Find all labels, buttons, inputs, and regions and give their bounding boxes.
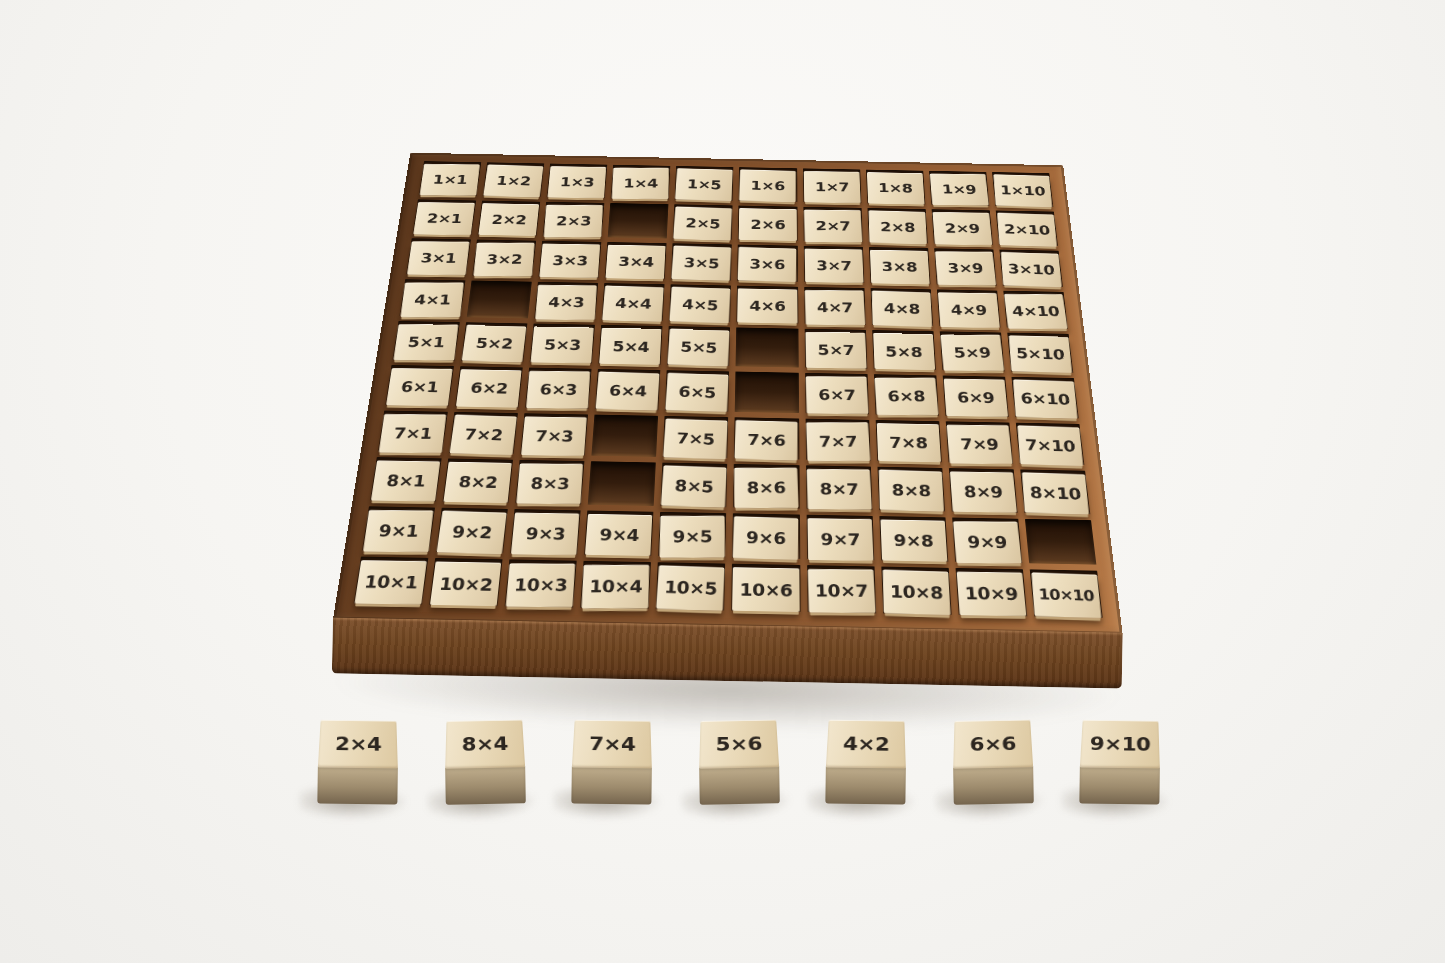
tile-6x4[interactable]: 6×4: [596, 372, 660, 411]
tile-7x1[interactable]: 7×1: [379, 414, 446, 453]
tile-8x7[interactable]: 8×7: [806, 469, 871, 509]
tile-label: 7×1: [393, 424, 433, 442]
cell-5x5: 5×5: [667, 326, 730, 366]
cell-3x7: 3×7: [803, 246, 864, 283]
tile-9x4[interactable]: 9×4: [585, 514, 652, 557]
tile-label: 4×1: [413, 292, 451, 308]
tile-label: 1×8: [878, 181, 913, 196]
tile-label: 9×4: [599, 525, 640, 545]
cell-3x3: 3×3: [539, 241, 602, 278]
tile-label: 9×8: [893, 531, 933, 551]
cell-9x3: 9×3: [510, 509, 581, 555]
cell-10x5: 10×5: [656, 563, 726, 611]
cell-9x5: 9×5: [658, 512, 726, 558]
cell-3x5: 3×5: [671, 243, 732, 280]
tile-label: 9×7: [820, 529, 860, 548]
cell-3x4: 3×4: [605, 242, 667, 279]
cell-5x9: 5×9: [940, 332, 1005, 372]
photo-background: 1×11×21×31×41×51×61×71×81×91×102×12×22×3…: [0, 0, 1445, 963]
tile-2x7[interactable]: 2×7: [804, 209, 862, 242]
tile-4x4[interactable]: 4×4: [602, 285, 664, 321]
block-top-face: 4×2: [826, 720, 906, 769]
block-top-face: 7×4: [572, 720, 652, 769]
block-top-face: 6×6: [953, 720, 1033, 769]
tile-9x3[interactable]: 9×3: [511, 512, 579, 554]
cell-1x7: 1×7: [803, 168, 861, 203]
tile-5x7[interactable]: 5×7: [805, 332, 866, 369]
tile-label: 2×2: [491, 212, 527, 227]
tile-4x6[interactable]: 4×6: [738, 288, 798, 324]
tile-label: 1×3: [560, 175, 595, 190]
cell-7x8: 7×8: [875, 420, 941, 463]
tile-label: 8×5: [674, 477, 714, 496]
loose-block-5x6[interactable]: 5×6: [698, 711, 780, 804]
cell-2x8: 2×8: [867, 208, 928, 244]
tile-10x6[interactable]: 10×6: [733, 568, 800, 612]
tile-label: 5×7: [817, 342, 854, 359]
cell-6x3: 6×3: [525, 368, 592, 409]
cell-10x4: 10×4: [580, 561, 651, 609]
cell-7x2: 7×2: [449, 412, 518, 455]
cell-10x6: 10×6: [732, 564, 801, 612]
cell-2x7: 2×7: [803, 207, 863, 243]
tile-2x10[interactable]: 2×10: [997, 212, 1057, 246]
tile-label: 8×8: [891, 481, 930, 500]
tile-label: 10×2: [438, 574, 493, 595]
tile-label: 1×10: [1000, 183, 1046, 199]
tile-2x8[interactable]: 2×8: [868, 210, 926, 244]
cell-3x1: 3×1: [406, 238, 471, 275]
tile-label: 4×6: [749, 298, 785, 314]
cell-5x4: 5×4: [599, 325, 663, 365]
cell-10x7: 10×7: [807, 565, 876, 613]
tile-label: 9×9: [966, 532, 1007, 551]
cell-6x7: 6×7: [805, 373, 869, 414]
tile-10x3[interactable]: 10×3: [506, 564, 575, 607]
tile-5x4[interactable]: 5×4: [599, 328, 661, 365]
tile-label: 2×10: [1003, 221, 1050, 237]
loose-block-8x4[interactable]: 8×4: [444, 711, 526, 804]
block-front-face: [1079, 766, 1160, 804]
tile-label: 4×9: [950, 302, 987, 318]
cell-9x2: 9×2: [436, 508, 508, 554]
cell-8x8: 8×8: [877, 467, 945, 511]
tile-label: 10×1: [363, 572, 419, 592]
tile-4x10[interactable]: 4×10: [1004, 294, 1068, 329]
tile-label: 8×1: [385, 472, 426, 491]
tile-label: 1×9: [941, 182, 977, 196]
cell-8x5: 8×5: [661, 463, 728, 507]
tile-7x9[interactable]: 7×9: [946, 425, 1012, 464]
cell-10x9: 10×9: [955, 568, 1027, 616]
cell-6x4: 6×4: [595, 369, 661, 410]
cell-9x1: 9×1: [362, 506, 435, 552]
block-front-face: [317, 766, 398, 804]
block-front-face: [825, 766, 906, 804]
hole-row8-col4[interactable]: [588, 461, 656, 505]
tile-label: 3×8: [881, 259, 917, 275]
tile-6x2[interactable]: 6×2: [456, 369, 522, 407]
tile-10x8[interactable]: 10×8: [882, 570, 950, 615]
tile-8x6[interactable]: 8×6: [735, 468, 799, 508]
tile-label: 10×4: [589, 577, 643, 597]
tile-1x2[interactable]: 1×2: [483, 165, 543, 198]
tile-label: 3×6: [750, 256, 786, 272]
tile-4x3[interactable]: 4×3: [535, 285, 597, 320]
tile-3x10[interactable]: 3×10: [1001, 252, 1062, 287]
cell-8x9: 8×9: [949, 468, 1018, 512]
cell-3x2: 3×2: [472, 240, 536, 277]
tile-8x1[interactable]: 8×1: [371, 461, 440, 502]
tile-1x3[interactable]: 1×3: [548, 166, 607, 198]
block-label: 2×4: [335, 733, 382, 755]
tile-label: 5×2: [475, 335, 514, 352]
tile-label: 6×8: [887, 388, 926, 405]
tile-9x5[interactable]: 9×5: [660, 516, 725, 558]
tile-label: 7×5: [676, 429, 715, 448]
block-label: 5×6: [716, 733, 763, 755]
loose-block-4x2[interactable]: 4×2: [825, 711, 906, 804]
loose-block-2x4[interactable]: 2×4: [317, 711, 398, 804]
hole-row2-col4[interactable]: [608, 203, 669, 239]
tile-6x3[interactable]: 6×3: [526, 371, 590, 408]
tile-label: 5×9: [953, 345, 991, 361]
tile-4x1[interactable]: 4×1: [401, 282, 464, 316]
tile-2x6[interactable]: 2×6: [739, 208, 796, 241]
tile-8x8[interactable]: 8×8: [879, 470, 944, 512]
tile-label: 10×9: [964, 584, 1019, 604]
tile-label: 1×1: [432, 172, 468, 186]
board-tray: 1×11×21×31×41×51×61×71×81×91×102×12×22×3…: [331, 0, 1134, 715]
tile-label: 5×1: [407, 334, 446, 350]
cell-6x9: 6×9: [943, 375, 1009, 416]
cell-6x1: 6×1: [385, 365, 454, 406]
tile-8x2[interactable]: 8×2: [444, 462, 512, 503]
tile-5x1[interactable]: 5×1: [394, 325, 459, 361]
tile-7x6[interactable]: 7×6: [735, 420, 798, 460]
cell-1x6: 1×6: [739, 167, 797, 202]
cell-2x2: 2×2: [478, 200, 541, 236]
tile-label: 8×7: [819, 480, 858, 498]
tile-label: 1×6: [751, 178, 785, 193]
tile-label: 8×10: [1029, 483, 1081, 503]
tile-3x6[interactable]: 3×6: [738, 247, 797, 282]
cell-1x5: 1×5: [675, 166, 734, 201]
tile-1x5[interactable]: 1×5: [675, 168, 733, 201]
tile-1x10[interactable]: 1×10: [993, 174, 1052, 207]
tile-label: 10×5: [664, 577, 718, 598]
tile-1x6[interactable]: 1×6: [740, 169, 797, 202]
tile-7x2[interactable]: 7×2: [450, 414, 517, 454]
tile-5x9[interactable]: 5×9: [940, 335, 1004, 371]
cell-1x9: 1×9: [929, 171, 989, 206]
cell-7x7: 7×7: [805, 418, 870, 461]
cell-2x10: 2×10: [996, 210, 1058, 246]
tile-label: 3×3: [552, 253, 589, 269]
tile-6x10[interactable]: 6×10: [1013, 379, 1077, 418]
tile-label: 3×7: [816, 258, 852, 274]
cell-4x8: 4×8: [870, 288, 933, 326]
tile-label: 6×4: [609, 382, 648, 400]
cell-5x3: 5×3: [530, 324, 595, 364]
tile-2x5[interactable]: 2×5: [674, 206, 733, 240]
tile-9x2[interactable]: 9×2: [437, 511, 507, 554]
cell-10x2: 10×2: [429, 558, 503, 606]
cell-5x1: 5×1: [392, 321, 460, 361]
tile-label: 2×5: [685, 215, 721, 231]
tile-label: 2×9: [944, 221, 980, 236]
tile-label: 10×7: [814, 581, 868, 601]
cell-4x10: 4×10: [1003, 291, 1068, 329]
tile-label: 7×6: [748, 431, 786, 450]
tile-6x8[interactable]: 6×8: [874, 378, 938, 415]
cell-5x10: 5×10: [1007, 333, 1073, 373]
tile-9x1[interactable]: 9×1: [363, 510, 433, 552]
tile-label: 9×3: [525, 524, 566, 543]
tile-1x7[interactable]: 1×7: [803, 171, 860, 203]
tile-3x7[interactable]: 3×7: [804, 249, 863, 283]
cell-5x2: 5×2: [461, 323, 527, 363]
tile-label: 7×2: [463, 425, 503, 443]
tile-label: 10×10: [1038, 586, 1095, 605]
tile-3x5[interactable]: 3×5: [672, 246, 732, 281]
block-top-face: 5×6: [699, 720, 779, 769]
tile-label: 3×10: [1007, 261, 1055, 278]
tile-10x10[interactable]: 10×10: [1031, 573, 1101, 619]
cell-5x7: 5×7: [804, 329, 867, 369]
cell-9x7: 9×7: [806, 515, 874, 561]
tile-label: 9×5: [673, 527, 713, 546]
tile-label: 1×5: [687, 177, 722, 192]
cell-4x7: 4×7: [804, 287, 866, 325]
tile-5x5[interactable]: 5×5: [668, 329, 730, 367]
block-top-face: 2×4: [318, 720, 398, 769]
cell-3x9: 3×9: [934, 248, 997, 285]
tile-label: 6×9: [956, 389, 995, 406]
cell-8x6: 8×6: [733, 464, 799, 508]
tile-2x1[interactable]: 2×1: [413, 202, 474, 235]
tile-6x9[interactable]: 6×9: [943, 379, 1007, 417]
cell-2x5: 2×5: [673, 204, 733, 240]
block-label: 8×4: [462, 733, 509, 755]
tile-1x4[interactable]: 1×4: [612, 168, 669, 199]
block-label: 9×10: [1089, 733, 1150, 755]
cell-8x7: 8×7: [806, 465, 872, 509]
tile-label: 10×3: [514, 575, 568, 595]
tile-2x2[interactable]: 2×2: [478, 203, 539, 236]
cell-2x3: 2×3: [543, 202, 605, 238]
tile-3x2[interactable]: 3×2: [474, 243, 535, 276]
tile-label: 6×2: [469, 379, 508, 396]
tile-label: 9×6: [746, 528, 786, 548]
tile-4x7[interactable]: 4×7: [804, 290, 865, 325]
tile-9x6[interactable]: 9×6: [733, 516, 799, 559]
cell-1x8: 1×8: [866, 170, 925, 205]
tile-label: 5×8: [885, 343, 922, 360]
cell-1x4: 1×4: [611, 165, 671, 200]
tile-7x8[interactable]: 7×8: [876, 423, 940, 463]
tile-8x9[interactable]: 8×9: [950, 472, 1017, 513]
cell-7x1: 7×1: [378, 410, 448, 453]
tile-label: 7×9: [959, 435, 999, 453]
tile-7x3[interactable]: 7×3: [521, 416, 587, 455]
hole-row5-col6[interactable]: [736, 328, 798, 368]
tile-6x7[interactable]: 6×7: [805, 376, 868, 413]
tile-7x7[interactable]: 7×7: [806, 422, 870, 460]
cell-4x3: 4×3: [534, 282, 598, 320]
tile-label: 2×6: [750, 217, 785, 232]
cell-6x10: 6×10: [1011, 377, 1078, 418]
tile-4x8[interactable]: 4×8: [872, 291, 932, 327]
tile-3x4[interactable]: 3×4: [606, 245, 666, 279]
cell-5x8: 5×8: [872, 330, 936, 370]
cell-6x5: 6×5: [665, 370, 729, 411]
tile-label: 3×9: [947, 261, 984, 276]
block-top-face: 9×10: [1080, 720, 1160, 769]
cell-6x2: 6×2: [455, 366, 523, 407]
tile-label: 1×2: [496, 173, 532, 188]
hole-row6-col6[interactable]: [735, 372, 799, 413]
tile-4x5[interactable]: 4×5: [670, 287, 731, 323]
tile-3x3[interactable]: 3×3: [540, 244, 601, 278]
tile-10x9[interactable]: 10×9: [956, 572, 1026, 616]
hole-row7-col4[interactable]: [592, 414, 659, 457]
tile-8x5[interactable]: 8×5: [661, 465, 727, 507]
tile-label: 4×3: [548, 294, 585, 310]
tile-label: 3×2: [486, 252, 523, 267]
cell-1x10: 1×10: [992, 172, 1053, 207]
tile-label: 10×8: [889, 582, 943, 603]
cell-7x6: 7×6: [734, 417, 799, 460]
tile-label: 2×3: [556, 213, 592, 228]
tile-label: 4×7: [816, 299, 853, 315]
tile-10x2[interactable]: 10×2: [430, 562, 501, 606]
hole-row9-col10[interactable]: [1025, 519, 1097, 565]
tile-6x1[interactable]: 6×1: [386, 368, 452, 406]
cell-1x3: 1×3: [547, 164, 608, 199]
tile-3x9[interactable]: 3×9: [935, 251, 996, 285]
cell-4x1: 4×1: [399, 279, 465, 317]
tile-2x9[interactable]: 2×9: [932, 212, 992, 245]
block-label: 6×6: [970, 733, 1017, 755]
loose-block-9x10[interactable]: 9×10: [1079, 711, 1160, 804]
cell-2x6: 2×6: [738, 205, 797, 241]
tile-8x3[interactable]: 8×3: [517, 464, 584, 504]
cell-9x8: 9×8: [879, 516, 948, 562]
tile-label: 5×4: [612, 338, 650, 355]
tile-label: 5×3: [544, 337, 582, 354]
tile-1x9[interactable]: 1×9: [930, 174, 989, 205]
tile-7x5[interactable]: 7×5: [664, 418, 729, 459]
cell-7x9: 7×9: [946, 421, 1014, 464]
tile-5x3[interactable]: 5×3: [531, 327, 594, 363]
tile-2x3[interactable]: 2×3: [544, 205, 603, 237]
tile-label: 8×6: [747, 479, 786, 497]
tile-label: 6×7: [818, 386, 856, 403]
tile-1x8[interactable]: 1×8: [867, 172, 925, 204]
tile-10x7[interactable]: 10×7: [807, 569, 875, 613]
tile-label: 9×2: [451, 522, 493, 542]
cell-8x10: 8×10: [1020, 470, 1090, 515]
tile-8x10[interactable]: 8×10: [1022, 472, 1089, 514]
tile-label: 6×1: [400, 378, 440, 395]
tile-label: 2×8: [880, 219, 915, 235]
tile-label: 1×7: [814, 180, 849, 195]
cell-4x6: 4×6: [737, 285, 798, 323]
cell-4x5: 4×5: [669, 284, 731, 322]
tile-6x5[interactable]: 6×5: [666, 373, 729, 412]
tile-4x9[interactable]: 4×9: [938, 292, 1000, 327]
cell-10x3: 10×3: [505, 560, 577, 608]
cell-9x9: 9×9: [952, 517, 1022, 563]
tile-9x9[interactable]: 9×9: [953, 521, 1022, 563]
tile-10x1[interactable]: 10×1: [355, 561, 427, 605]
tile-label: 7×3: [535, 427, 574, 445]
cell-4x9: 4×9: [937, 289, 1001, 327]
loose-block-6x6[interactable]: 6×6: [952, 711, 1034, 804]
hole-row4-col2[interactable]: [467, 280, 532, 318]
cell-6x8: 6×8: [874, 374, 939, 415]
cell-8x3: 8×3: [515, 460, 584, 504]
cell-7x5: 7×5: [663, 416, 729, 459]
loose-block-7x4[interactable]: 7×4: [571, 711, 652, 804]
tile-9x8[interactable]: 9×8: [880, 519, 947, 562]
tile-label: 6×3: [539, 381, 578, 398]
block-label: 4×2: [843, 733, 890, 755]
tile-label: 3×1: [420, 251, 457, 266]
tile-5x8[interactable]: 5×8: [873, 333, 935, 370]
tile-10x5[interactable]: 10×5: [657, 566, 725, 612]
cell-1x1: 1×1: [419, 161, 482, 196]
cell-10x10: 10×10: [1030, 570, 1103, 618]
cell-10x8: 10×8: [881, 567, 951, 615]
tile-5x10[interactable]: 5×10: [1009, 335, 1072, 373]
cell-10x1: 10×1: [353, 557, 428, 605]
tile-7x10[interactable]: 7×10: [1017, 425, 1083, 466]
tile-label: 4×10: [1011, 303, 1060, 319]
tile-label: 5×10: [1015, 345, 1064, 363]
cell-9x4: 9×4: [584, 510, 653, 556]
cell-3x8: 3×8: [869, 247, 931, 284]
cell-7x10: 7×10: [1016, 422, 1085, 465]
tile-label: 2×7: [815, 218, 850, 233]
tile-label: 7×10: [1024, 436, 1075, 455]
cell-2x9: 2×9: [931, 209, 992, 245]
cell-4x4: 4×4: [602, 283, 665, 321]
block-front-face: [699, 766, 780, 804]
tile-label: 5×5: [680, 339, 718, 356]
tile-10x4[interactable]: 10×4: [582, 565, 650, 608]
tile-label: 8×2: [458, 473, 499, 492]
tile-label: 8×3: [530, 475, 570, 493]
cell-3x6: 3×6: [738, 245, 798, 282]
tile-5x2[interactable]: 5×2: [462, 325, 527, 362]
tile-3x1[interactable]: 3×1: [407, 241, 469, 275]
tile-label: 4×8: [883, 300, 920, 317]
tile-label: 8×9: [963, 483, 1003, 502]
tile-label: 10×6: [739, 579, 792, 600]
cell-1x2: 1×2: [483, 162, 545, 197]
tile-9x7[interactable]: 9×7: [807, 518, 873, 560]
cell-3x10: 3×10: [999, 250, 1063, 287]
block-front-face: [445, 766, 526, 804]
tile-1x1[interactable]: 1×1: [420, 164, 480, 195]
tile-label: 3×4: [618, 254, 654, 270]
tile-label: 4×5: [682, 296, 719, 313]
cell-8x2: 8×2: [443, 459, 514, 503]
tile-label: 4×4: [615, 295, 652, 312]
tile-3x8[interactable]: 3×8: [870, 250, 930, 284]
